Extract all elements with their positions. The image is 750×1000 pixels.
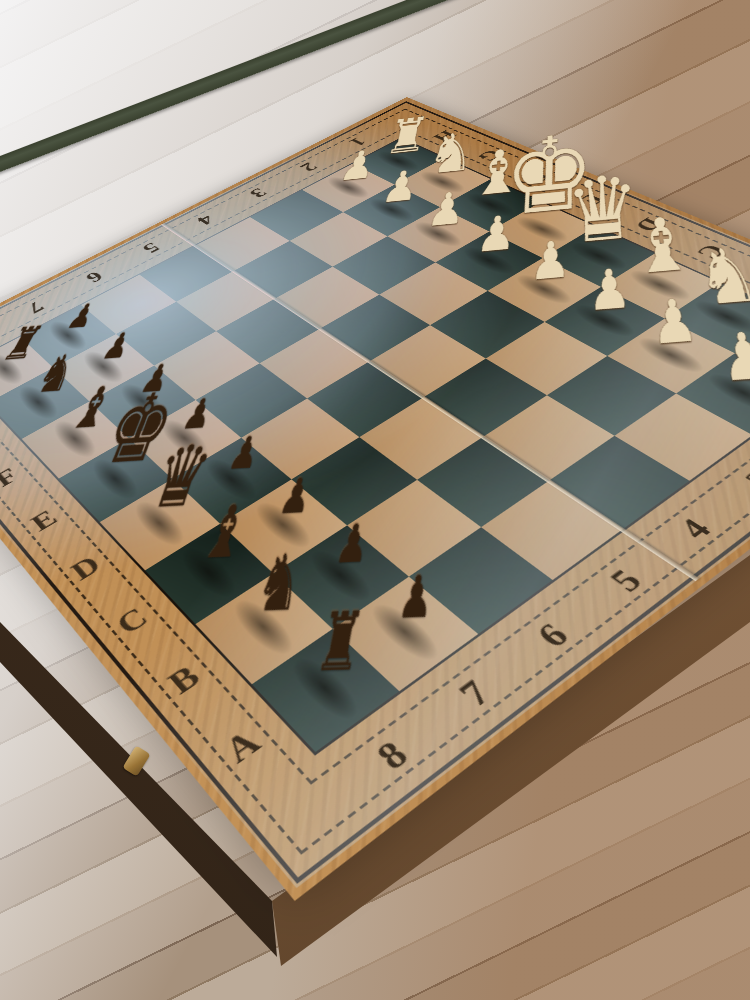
white-pawn-glyph: ♟ <box>422 148 462 232</box>
black-pawn-glyph: ♟ <box>93 308 123 363</box>
white-bishop-glyph: ♝ <box>466 82 523 202</box>
black-knight-glyph: ♞ <box>20 320 64 399</box>
piece-shadow <box>413 167 472 196</box>
piece-shadow <box>459 189 522 221</box>
piece-shadow <box>509 212 577 246</box>
chessboard: AA88BB77CC66DD55EE44FF33GG22HH11 ♜♞♝♛♚♝♞… <box>0 97 750 901</box>
square-g6[interactable] <box>116 302 216 366</box>
piece-shadow <box>11 380 66 425</box>
square-g8[interactable] <box>0 368 89 439</box>
square-g4[interactable] <box>234 241 333 298</box>
piece-shadow <box>370 147 426 174</box>
black-pawn-glyph: ♟ <box>57 279 86 332</box>
file-label-far-C: C <box>690 241 734 263</box>
square-g7[interactable] <box>53 334 154 401</box>
white-queen-glyph: ♛ <box>564 81 644 253</box>
square-e3[interactable] <box>379 262 487 325</box>
square-g5[interactable] <box>176 271 275 331</box>
square-f5[interactable] <box>216 298 321 363</box>
scene: AA88BB77CC66DD55EE44FF33GG22HH11 ♜♞♝♛♚♝♞… <box>0 0 750 1000</box>
black-bishop-glyph: ♝ <box>55 351 102 434</box>
rank-label-far-6: 6 <box>82 269 108 286</box>
white-pawn-glyph: ♟ <box>376 127 415 208</box>
file-label-far-E: E <box>573 191 611 209</box>
file-label-far-H: H <box>428 128 462 144</box>
rank-label-far-1: 1 <box>344 135 371 148</box>
black-pawn-glyph: ♟ <box>131 340 162 397</box>
square-f3[interactable] <box>333 236 436 294</box>
square-f2[interactable] <box>387 207 489 262</box>
white-pawn-glyph: ♟ <box>473 171 514 258</box>
white-pawn-glyph: ♟ <box>528 196 570 286</box>
file-label-far-F: F <box>522 169 557 186</box>
square-f6[interactable] <box>154 331 259 400</box>
piece-shadow <box>76 346 132 388</box>
piece-shadow <box>407 218 470 252</box>
piece-shadow <box>321 173 377 202</box>
piece-shadow <box>42 316 95 355</box>
piece-shadow <box>362 194 421 225</box>
board-wrapper: AA88BB77CC66DD55EE44FF33GG22HH11 ♜♞♝♛♚♝♞… <box>0 0 750 1000</box>
rank-label-far-5: 5 <box>138 240 164 257</box>
square-e2[interactable] <box>435 232 542 291</box>
piece-shadow <box>455 243 522 279</box>
piece-shadow <box>508 270 580 309</box>
white-rook-glyph: ♜ <box>378 61 425 159</box>
square-g1[interactable] <box>395 158 491 207</box>
piece-shadow <box>563 238 635 275</box>
rank-label-far-3: 3 <box>245 186 272 201</box>
square-g2[interactable] <box>343 185 440 237</box>
square-h8[interactable] <box>0 337 53 403</box>
square-f4[interactable] <box>276 267 380 329</box>
square-e1[interactable] <box>489 202 595 258</box>
square-f1[interactable] <box>440 179 541 231</box>
piece-shadow <box>0 349 31 390</box>
rank-label-far-2: 2 <box>296 160 323 174</box>
white-knight-glyph: ♞ <box>420 71 472 180</box>
rank-label-far-4: 4 <box>192 212 219 228</box>
file-label-far-G: G <box>472 147 508 164</box>
square-g3[interactable] <box>290 212 388 266</box>
rank-label-far-7: 7 <box>23 298 49 316</box>
square-d1[interactable] <box>543 227 655 287</box>
file-label-far-D: D <box>628 215 669 235</box>
